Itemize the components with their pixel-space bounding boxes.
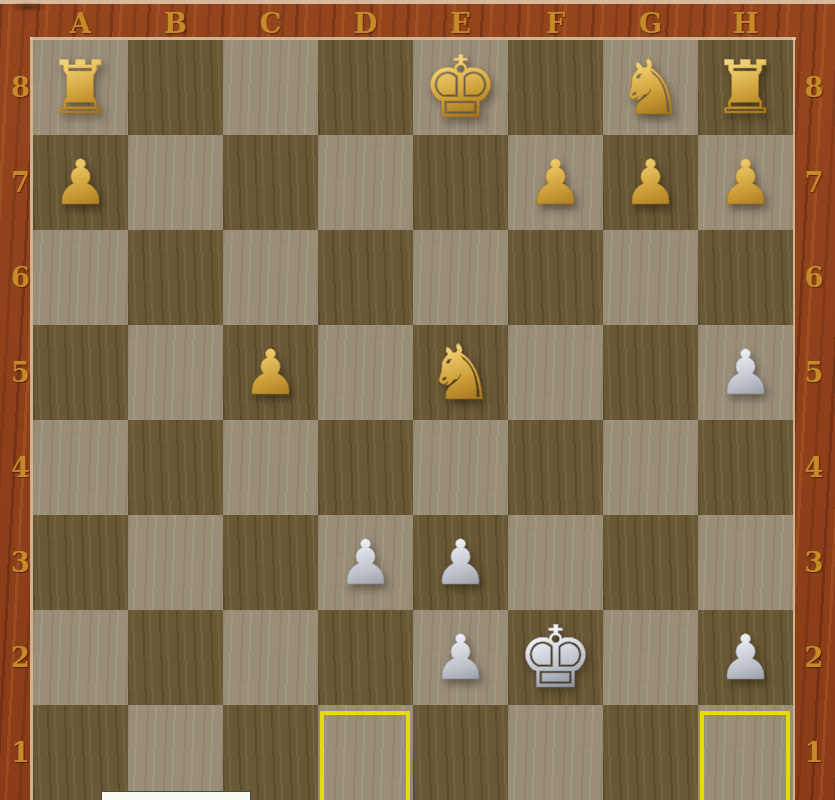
square-a8[interactable]: ♜ (33, 40, 128, 135)
rank-label-left-1: 1 (0, 705, 33, 800)
file-labels: ABCDEFGH (33, 0, 793, 40)
square-f1[interactable] (508, 705, 603, 800)
gold-pawn-a7[interactable]: ♟ (33, 135, 128, 230)
square-e2[interactable]: ♟ (413, 610, 508, 705)
rank-label-left-2: 2 (0, 610, 33, 705)
file-label-c: C (223, 0, 318, 40)
square-a5[interactable] (33, 325, 128, 420)
square-d8[interactable] (318, 40, 413, 135)
rank-label-right-8: 8 (793, 40, 835, 135)
square-c7[interactable] (223, 135, 318, 230)
square-d2[interactable] (318, 610, 413, 705)
square-d7[interactable] (318, 135, 413, 230)
file-label-f: F (508, 0, 603, 40)
file-label-d: D (318, 0, 413, 40)
rank-label-left-5: 5 (0, 325, 33, 420)
silver-pawn-d3[interactable]: ♟ (318, 515, 413, 610)
gold-rook-h8[interactable]: ♜ (698, 40, 793, 135)
square-h2[interactable]: ♟ (698, 610, 793, 705)
square-c4[interactable] (223, 420, 318, 515)
square-f7[interactable]: ♟ (508, 135, 603, 230)
square-b7[interactable] (128, 135, 223, 230)
square-g6[interactable] (603, 230, 698, 325)
square-e7[interactable] (413, 135, 508, 230)
rank-label-left-7: 7 (0, 135, 33, 230)
square-h4[interactable] (698, 420, 793, 515)
rank-label-left-8: 8 (0, 40, 33, 135)
square-f6[interactable] (508, 230, 603, 325)
rank-label-right-3: 3 (793, 515, 835, 610)
square-c2[interactable] (223, 610, 318, 705)
square-b5[interactable] (128, 325, 223, 420)
rank-label-right-5: 5 (793, 325, 835, 420)
square-h5[interactable]: ♟ (698, 325, 793, 420)
square-a6[interactable] (33, 230, 128, 325)
square-g2[interactable] (603, 610, 698, 705)
square-d1[interactable] (318, 705, 413, 800)
square-b3[interactable] (128, 515, 223, 610)
square-f2[interactable]: ♚ (508, 610, 603, 705)
square-a3[interactable] (33, 515, 128, 610)
square-d6[interactable] (318, 230, 413, 325)
file-label-e: E (413, 0, 508, 40)
square-h1[interactable] (698, 705, 793, 800)
gold-knight-g8[interactable]: ♞ (603, 40, 698, 135)
file-label-h: H (698, 0, 793, 40)
square-f5[interactable] (508, 325, 603, 420)
square-e3[interactable]: ♟ (413, 515, 508, 610)
square-e8[interactable]: ♚ (413, 40, 508, 135)
gold-knight-e5[interactable]: ♞ (413, 325, 508, 420)
rank-label-right-7: 7 (793, 135, 835, 230)
square-b6[interactable] (128, 230, 223, 325)
square-f3[interactable] (508, 515, 603, 610)
square-a7[interactable]: ♟ (33, 135, 128, 230)
gold-king-e8[interactable]: ♚ (413, 40, 508, 135)
square-d3[interactable]: ♟ (318, 515, 413, 610)
partial-dialog (101, 791, 251, 800)
square-b8[interactable] (128, 40, 223, 135)
square-d4[interactable] (318, 420, 413, 515)
square-f8[interactable] (508, 40, 603, 135)
rank-label-right-6: 6 (793, 230, 835, 325)
rank-label-left-6: 6 (0, 230, 33, 325)
file-label-b: B (128, 0, 223, 40)
square-a1[interactable] (33, 705, 128, 800)
square-f4[interactable] (508, 420, 603, 515)
square-g5[interactable] (603, 325, 698, 420)
file-label-a: A (33, 0, 128, 40)
square-g3[interactable] (603, 515, 698, 610)
silver-pawn-h5[interactable]: ♟ (698, 325, 793, 420)
rank-labels-right: 87654321 (793, 40, 835, 800)
square-c3[interactable] (223, 515, 318, 610)
file-label-g: G (603, 0, 698, 40)
square-e1[interactable] (413, 705, 508, 800)
square-g4[interactable] (603, 420, 698, 515)
square-b1[interactable] (128, 705, 223, 800)
square-h3[interactable] (698, 515, 793, 610)
square-e5[interactable]: ♞ (413, 325, 508, 420)
square-a4[interactable] (33, 420, 128, 515)
square-b2[interactable] (128, 610, 223, 705)
gold-pawn-h7[interactable]: ♟ (698, 135, 793, 230)
square-c8[interactable] (223, 40, 318, 135)
chess-board: ♜♚♞♜♟♟♟♟♟♞♟♟♟♟♚♟ (33, 40, 793, 800)
square-e4[interactable] (413, 420, 508, 515)
square-b4[interactable] (128, 420, 223, 515)
rank-label-left-4: 4 (0, 420, 33, 515)
gold-pawn-f7[interactable]: ♟ (508, 135, 603, 230)
rank-label-right-4: 4 (793, 420, 835, 515)
rank-labels-left: 87654321 (0, 40, 33, 800)
square-a2[interactable] (33, 610, 128, 705)
square-e6[interactable] (413, 230, 508, 325)
gold-pawn-c5[interactable]: ♟ (223, 325, 318, 420)
rank-label-right-1: 1 (793, 705, 835, 800)
silver-king-f2[interactable]: ♚ (508, 610, 603, 705)
square-d5[interactable] (318, 325, 413, 420)
square-h6[interactable] (698, 230, 793, 325)
square-h8[interactable]: ♜ (698, 40, 793, 135)
square-c1[interactable] (223, 705, 318, 800)
gold-rook-a8[interactable]: ♜ (33, 40, 128, 135)
square-g1[interactable] (603, 705, 698, 800)
square-c5[interactable]: ♟ (223, 325, 318, 420)
rank-label-right-2: 2 (793, 610, 835, 705)
square-g7[interactable]: ♟ (603, 135, 698, 230)
silver-pawn-e3[interactable]: ♟ (413, 515, 508, 610)
gold-pawn-g7[interactable]: ♟ (603, 135, 698, 230)
rank-label-left-3: 3 (0, 515, 33, 610)
silver-pawn-e2[interactable]: ♟ (413, 610, 508, 705)
square-c6[interactable] (223, 230, 318, 325)
square-g8[interactable]: ♞ (603, 40, 698, 135)
square-h7[interactable]: ♟ (698, 135, 793, 230)
silver-pawn-h2[interactable]: ♟ (698, 610, 793, 705)
